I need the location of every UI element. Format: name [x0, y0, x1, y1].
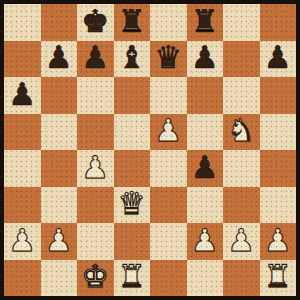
black-pawn: ♟: [191, 42, 219, 73]
square-g6[interactable]: [223, 77, 260, 114]
square-h5[interactable]: [260, 114, 297, 151]
square-e6[interactable]: [150, 77, 187, 114]
square-b8[interactable]: [41, 4, 78, 41]
black-pawn: ♟: [191, 152, 219, 183]
black-bishop: ♝: [118, 42, 146, 73]
white-pawn: ♟: [81, 152, 109, 183]
square-g3[interactable]: [223, 187, 260, 224]
square-f7[interactable]: ♟: [187, 41, 224, 78]
square-d1[interactable]: ♜: [114, 260, 151, 297]
square-h7[interactable]: ♟: [260, 41, 297, 78]
square-c5[interactable]: [77, 114, 114, 151]
white-rook: ♜: [264, 261, 292, 292]
square-f1[interactable]: [187, 260, 224, 297]
square-a2[interactable]: ♟: [4, 223, 41, 260]
square-d6[interactable]: [114, 77, 151, 114]
white-queen: ♛: [118, 188, 146, 219]
white-king: ♚: [81, 261, 109, 292]
square-f3[interactable]: [187, 187, 224, 224]
square-g1[interactable]: [223, 260, 260, 297]
square-e4[interactable]: [150, 150, 187, 187]
square-b6[interactable]: [41, 77, 78, 114]
square-f6[interactable]: [187, 77, 224, 114]
square-c8[interactable]: ♚: [77, 4, 114, 41]
square-f2[interactable]: ♟: [187, 223, 224, 260]
square-f8[interactable]: ♜: [187, 4, 224, 41]
square-h2[interactable]: ♟: [260, 223, 297, 260]
white-pawn: ♟: [45, 225, 73, 256]
square-a5[interactable]: [4, 114, 41, 151]
black-rook: ♜: [118, 6, 146, 37]
square-c3[interactable]: [77, 187, 114, 224]
square-b7[interactable]: ♟: [41, 41, 78, 78]
black-queen: ♛: [154, 42, 182, 73]
square-f4[interactable]: ♟: [187, 150, 224, 187]
square-e1[interactable]: [150, 260, 187, 297]
white-pawn: ♟: [227, 225, 255, 256]
black-pawn: ♟: [264, 42, 292, 73]
square-g8[interactable]: [223, 4, 260, 41]
square-g2[interactable]: ♟: [223, 223, 260, 260]
black-king: ♚: [81, 6, 109, 37]
square-d2[interactable]: [114, 223, 151, 260]
square-b4[interactable]: [41, 150, 78, 187]
white-pawn: ♟: [264, 225, 292, 256]
square-e5[interactable]: ♟: [150, 114, 187, 151]
square-d8[interactable]: ♜: [114, 4, 151, 41]
square-b3[interactable]: [41, 187, 78, 224]
square-c4[interactable]: ♟: [77, 150, 114, 187]
square-f5[interactable]: [187, 114, 224, 151]
chess-board: ♚♜♜♟♟♝♛♟♟♟♟♞♟♟♛♟♟♟♟♟♚♜♜: [4, 4, 296, 296]
square-c2[interactable]: [77, 223, 114, 260]
white-knight: ♞: [227, 115, 255, 146]
white-rook: ♜: [118, 261, 146, 292]
square-g7[interactable]: [223, 41, 260, 78]
square-h8[interactable]: [260, 4, 297, 41]
black-rook: ♜: [191, 6, 219, 37]
square-b5[interactable]: [41, 114, 78, 151]
square-a8[interactable]: [4, 4, 41, 41]
square-a3[interactable]: [4, 187, 41, 224]
square-h3[interactable]: [260, 187, 297, 224]
square-d4[interactable]: [114, 150, 151, 187]
square-h6[interactable]: [260, 77, 297, 114]
square-c7[interactable]: ♟: [77, 41, 114, 78]
square-c6[interactable]: [77, 77, 114, 114]
black-pawn: ♟: [81, 42, 109, 73]
square-g4[interactable]: [223, 150, 260, 187]
square-a1[interactable]: [4, 260, 41, 297]
square-a4[interactable]: [4, 150, 41, 187]
white-pawn: ♟: [191, 225, 219, 256]
square-e3[interactable]: [150, 187, 187, 224]
square-h1[interactable]: ♜: [260, 260, 297, 297]
square-d3[interactable]: ♛: [114, 187, 151, 224]
square-d7[interactable]: ♝: [114, 41, 151, 78]
square-e7[interactable]: ♛: [150, 41, 187, 78]
square-e2[interactable]: [150, 223, 187, 260]
square-e8[interactable]: [150, 4, 187, 41]
square-b2[interactable]: ♟: [41, 223, 78, 260]
chess-board-frame: ♚♜♜♟♟♝♛♟♟♟♟♞♟♟♛♟♟♟♟♟♚♜♜: [0, 0, 300, 300]
black-pawn: ♟: [8, 79, 36, 110]
white-pawn: ♟: [8, 225, 36, 256]
square-h4[interactable]: [260, 150, 297, 187]
square-g5[interactable]: ♞: [223, 114, 260, 151]
square-a6[interactable]: ♟: [4, 77, 41, 114]
white-pawn: ♟: [154, 115, 182, 146]
black-pawn: ♟: [45, 42, 73, 73]
square-d5[interactable]: [114, 114, 151, 151]
square-b1[interactable]: [41, 260, 78, 297]
square-a7[interactable]: [4, 41, 41, 78]
square-c1[interactable]: ♚: [77, 260, 114, 297]
